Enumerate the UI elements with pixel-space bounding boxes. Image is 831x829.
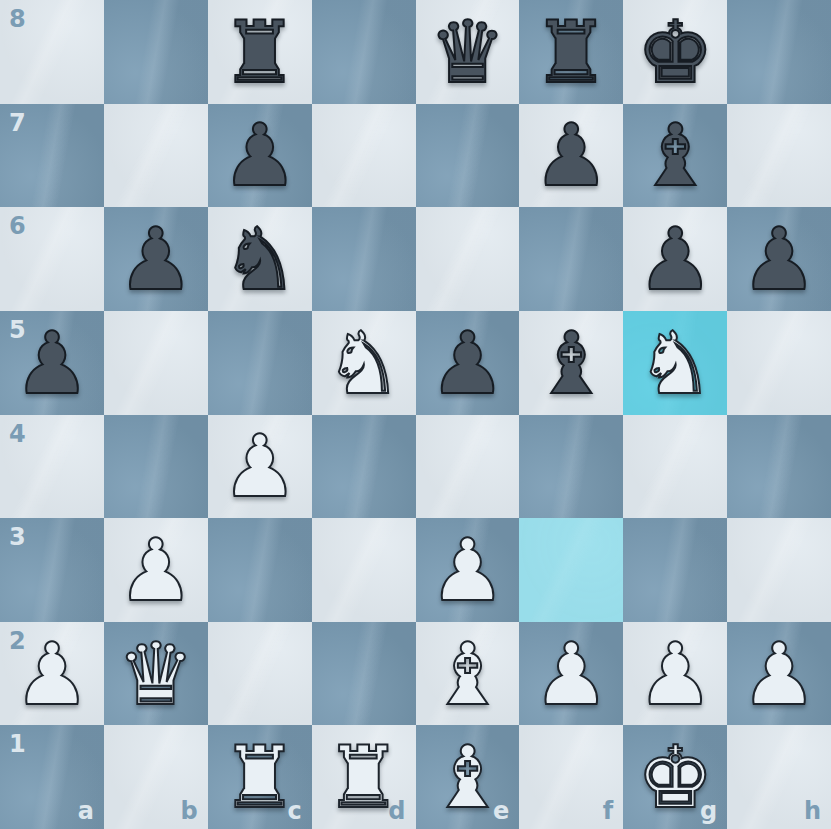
square-b8[interactable]: [104, 0, 208, 104]
square-e5[interactable]: ♟: [416, 311, 520, 415]
square-h8[interactable]: [727, 0, 831, 104]
chess-board-container: 8♜♛♜♚7♟♟♝6♟♞♟♟5♟♞♟♝♞4♟3♟♟2♟♛♝♟♟♟1abc♜d♜e…: [0, 0, 831, 829]
square-h1[interactable]: h: [727, 725, 831, 829]
square-c1[interactable]: c♜: [208, 725, 312, 829]
square-h7[interactable]: [727, 104, 831, 208]
square-b2[interactable]: ♛: [104, 622, 208, 726]
square-h6[interactable]: ♟: [727, 207, 831, 311]
white-rook-d1[interactable]: ♜: [312, 725, 416, 829]
chess-board: 8♜♛♜♚7♟♟♝6♟♞♟♟5♟♞♟♝♞4♟3♟♟2♟♛♝♟♟♟1abc♜d♜e…: [0, 0, 831, 829]
square-e3[interactable]: ♟: [416, 518, 520, 622]
white-bishop-e1[interactable]: ♝: [416, 725, 520, 829]
square-c5[interactable]: [208, 311, 312, 415]
square-g6[interactable]: ♟: [623, 207, 727, 311]
square-f8[interactable]: ♜: [519, 0, 623, 104]
square-e7[interactable]: [416, 104, 520, 208]
square-e8[interactable]: ♛: [416, 0, 520, 104]
square-h5[interactable]: [727, 311, 831, 415]
square-g4[interactable]: [623, 415, 727, 519]
white-pawn-e3[interactable]: ♟: [416, 518, 520, 622]
square-f4[interactable]: [519, 415, 623, 519]
square-h4[interactable]: [727, 415, 831, 519]
black-rook-c8[interactable]: ♜: [208, 0, 312, 104]
square-d7[interactable]: [312, 104, 416, 208]
square-b5[interactable]: [104, 311, 208, 415]
square-b4[interactable]: [104, 415, 208, 519]
square-d5[interactable]: ♞: [312, 311, 416, 415]
black-pawn-h6[interactable]: ♟: [727, 207, 831, 311]
square-c2[interactable]: [208, 622, 312, 726]
black-pawn-f7[interactable]: ♟: [519, 104, 623, 208]
square-c3[interactable]: [208, 518, 312, 622]
file-label-b: b: [181, 799, 198, 823]
square-g1[interactable]: g♚: [623, 725, 727, 829]
square-a2[interactable]: 2♟: [0, 622, 104, 726]
black-bishop-g7[interactable]: ♝: [623, 104, 727, 208]
white-pawn-c4[interactable]: ♟: [208, 415, 312, 519]
square-g3[interactable]: [623, 518, 727, 622]
square-a3[interactable]: 3: [0, 518, 104, 622]
black-bishop-f5[interactable]: ♝: [519, 311, 623, 415]
square-c6[interactable]: ♞: [208, 207, 312, 311]
square-a1[interactable]: 1a: [0, 725, 104, 829]
white-bishop-e2[interactable]: ♝: [416, 622, 520, 726]
black-pawn-e5[interactable]: ♟: [416, 311, 520, 415]
square-e2[interactable]: ♝: [416, 622, 520, 726]
square-f5[interactable]: ♝: [519, 311, 623, 415]
square-h3[interactable]: [727, 518, 831, 622]
white-pawn-b3[interactable]: ♟: [104, 518, 208, 622]
square-g2[interactable]: ♟: [623, 622, 727, 726]
square-a6[interactable]: 6: [0, 207, 104, 311]
square-b7[interactable]: [104, 104, 208, 208]
square-e4[interactable]: [416, 415, 520, 519]
square-a5[interactable]: 5♟: [0, 311, 104, 415]
square-f6[interactable]: [519, 207, 623, 311]
white-pawn-h2[interactable]: ♟: [727, 622, 831, 726]
white-knight-d5[interactable]: ♞: [312, 311, 416, 415]
square-e6[interactable]: [416, 207, 520, 311]
square-b6[interactable]: ♟: [104, 207, 208, 311]
square-f7[interactable]: ♟: [519, 104, 623, 208]
rank-label-7: 7: [9, 111, 26, 135]
square-d6[interactable]: [312, 207, 416, 311]
square-e1[interactable]: e♝: [416, 725, 520, 829]
rank-label-8: 8: [9, 7, 26, 31]
square-h2[interactable]: ♟: [727, 622, 831, 726]
white-queen-b2[interactable]: ♛: [104, 622, 208, 726]
square-d2[interactable]: [312, 622, 416, 726]
white-pawn-g2[interactable]: ♟: [623, 622, 727, 726]
square-a7[interactable]: 7: [0, 104, 104, 208]
rank-label-1: 1: [9, 732, 26, 756]
black-pawn-a5[interactable]: ♟: [0, 311, 104, 415]
square-c4[interactable]: ♟: [208, 415, 312, 519]
square-g5[interactable]: ♞: [623, 311, 727, 415]
white-pawn-a2[interactable]: ♟: [0, 622, 104, 726]
square-c8[interactable]: ♜: [208, 0, 312, 104]
square-a4[interactable]: 4: [0, 415, 104, 519]
white-knight-g5[interactable]: ♞: [623, 311, 727, 415]
black-pawn-b6[interactable]: ♟: [104, 207, 208, 311]
square-f1[interactable]: f: [519, 725, 623, 829]
square-c7[interactable]: ♟: [208, 104, 312, 208]
black-rook-f8[interactable]: ♜: [519, 0, 623, 104]
white-king-g1[interactable]: ♚: [623, 725, 727, 829]
square-g7[interactable]: ♝: [623, 104, 727, 208]
square-b3[interactable]: ♟: [104, 518, 208, 622]
square-f2[interactable]: ♟: [519, 622, 623, 726]
file-label-h: h: [804, 799, 821, 823]
white-pawn-f2[interactable]: ♟: [519, 622, 623, 726]
black-pawn-c7[interactable]: ♟: [208, 104, 312, 208]
black-pawn-g6[interactable]: ♟: [623, 207, 727, 311]
square-a8[interactable]: 8: [0, 0, 104, 104]
square-g8[interactable]: ♚: [623, 0, 727, 104]
file-label-f: f: [603, 799, 613, 823]
black-knight-c6[interactable]: ♞: [208, 207, 312, 311]
rank-label-3: 3: [9, 525, 26, 549]
square-d3[interactable]: [312, 518, 416, 622]
white-rook-c1[interactable]: ♜: [208, 725, 312, 829]
square-d8[interactable]: [312, 0, 416, 104]
file-label-a: a: [78, 799, 94, 823]
black-queen-e8[interactable]: ♛: [416, 0, 520, 104]
square-d1[interactable]: d♜: [312, 725, 416, 829]
square-b1[interactable]: b: [104, 725, 208, 829]
black-king-g8[interactable]: ♚: [623, 0, 727, 104]
rank-label-6: 6: [9, 214, 26, 238]
square-f3[interactable]: [519, 518, 623, 622]
square-d4[interactable]: [312, 415, 416, 519]
rank-label-4: 4: [9, 422, 26, 446]
